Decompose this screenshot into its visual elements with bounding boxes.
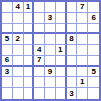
cell-r1c8[interactable]: 7	[77, 2, 88, 13]
given-digit: 5	[91, 68, 95, 76]
cell-r6c7[interactable]	[67, 56, 78, 67]
cell-r5c3[interactable]	[24, 45, 35, 56]
sudoku-board: 41736528416739513	[0, 0, 101, 101]
cell-r5c1[interactable]	[2, 45, 13, 56]
cell-r4c5[interactable]	[45, 34, 56, 45]
cell-r9c7[interactable]: 3	[67, 88, 78, 99]
given-digit: 3	[5, 68, 9, 76]
cell-r4c4[interactable]	[34, 34, 45, 45]
cell-r6c6[interactable]	[56, 56, 67, 67]
cell-r5c6[interactable]: 1	[56, 45, 67, 56]
given-digit: 1	[58, 46, 62, 54]
cell-r3c5[interactable]	[45, 24, 56, 35]
cell-r6c5[interactable]	[45, 56, 56, 67]
cell-r5c4[interactable]: 4	[34, 45, 45, 56]
cell-r1c3[interactable]: 1	[24, 2, 35, 13]
cell-r7c5[interactable]: 9	[45, 67, 56, 78]
cell-r8c1[interactable]	[2, 77, 13, 88]
cell-r4c8[interactable]	[77, 34, 88, 45]
cell-r7c2[interactable]	[13, 67, 24, 78]
cell-r1c5[interactable]	[45, 2, 56, 13]
cell-r7c8[interactable]	[77, 67, 88, 78]
cell-r1c4[interactable]	[34, 2, 45, 13]
given-digit: 7	[80, 3, 84, 11]
cell-r2c1[interactable]	[2, 13, 13, 24]
cell-r8c7[interactable]	[67, 77, 78, 88]
cell-r5c5[interactable]	[45, 45, 56, 56]
cell-r7c1[interactable]: 3	[2, 67, 13, 78]
cell-r5c2[interactable]	[13, 45, 24, 56]
cell-r6c9[interactable]	[88, 56, 99, 67]
cell-r3c6[interactable]	[56, 24, 67, 35]
given-digit: 1	[80, 78, 84, 86]
cell-r9c2[interactable]	[13, 88, 24, 99]
cell-r7c7[interactable]	[67, 67, 78, 78]
cell-r4c2[interactable]: 2	[13, 34, 24, 45]
cell-r2c7[interactable]	[67, 13, 78, 24]
cell-r2c8[interactable]	[77, 13, 88, 24]
cell-r8c2[interactable]	[13, 77, 24, 88]
given-digit: 2	[15, 35, 19, 43]
given-digit: 3	[48, 14, 52, 22]
cell-r8c5[interactable]	[45, 77, 56, 88]
cell-r2c5[interactable]: 3	[45, 13, 56, 24]
cell-r9c5[interactable]	[45, 88, 56, 99]
cell-r4c9[interactable]	[88, 34, 99, 45]
cell-r1c1[interactable]	[2, 2, 13, 13]
given-digit: 3	[69, 90, 73, 98]
cell-r8c9[interactable]	[88, 77, 99, 88]
cell-r6c2[interactable]	[13, 56, 24, 67]
cell-r9c4[interactable]	[34, 88, 45, 99]
cell-r4c6[interactable]	[56, 34, 67, 45]
cell-r6c1[interactable]: 6	[2, 56, 13, 67]
cell-r7c9[interactable]: 5	[88, 67, 99, 78]
given-digit: 6	[5, 56, 9, 64]
cell-r2c6[interactable]	[56, 13, 67, 24]
cell-r7c6[interactable]	[56, 67, 67, 78]
cell-r3c7[interactable]	[67, 24, 78, 35]
cell-r2c9[interactable]: 6	[88, 13, 99, 24]
cell-r1c7[interactable]	[67, 2, 78, 13]
cell-r2c2[interactable]	[13, 13, 24, 24]
cell-r5c8[interactable]	[77, 45, 88, 56]
cell-r9c3[interactable]	[24, 88, 35, 99]
given-digit: 4	[15, 3, 19, 11]
given-digit: 1	[26, 3, 30, 11]
cell-r8c8[interactable]: 1	[77, 77, 88, 88]
cell-r4c3[interactable]	[24, 34, 35, 45]
cell-r8c3[interactable]	[24, 77, 35, 88]
cell-r3c9[interactable]	[88, 24, 99, 35]
cell-r3c4[interactable]	[34, 24, 45, 35]
given-digit: 4	[37, 46, 41, 54]
cell-r8c6[interactable]	[56, 77, 67, 88]
cell-r2c3[interactable]	[24, 13, 35, 24]
cell-r6c4[interactable]: 7	[34, 56, 45, 67]
given-digit: 9	[48, 68, 52, 76]
cell-r2c4[interactable]	[34, 13, 45, 24]
given-digit: 8	[69, 35, 73, 43]
cell-r9c6[interactable]	[56, 88, 67, 99]
cell-r1c9[interactable]	[88, 2, 99, 13]
given-digit: 6	[91, 14, 95, 22]
cell-r6c8[interactable]	[77, 56, 88, 67]
cell-r9c8[interactable]	[77, 88, 88, 99]
cell-r4c1[interactable]: 5	[2, 34, 13, 45]
cell-r7c3[interactable]	[24, 67, 35, 78]
cell-r3c2[interactable]	[13, 24, 24, 35]
cell-r6c3[interactable]	[24, 56, 35, 67]
sudoku-grid: 41736528416739513	[2, 2, 99, 99]
cell-r5c9[interactable]	[88, 45, 99, 56]
cell-r1c6[interactable]	[56, 2, 67, 13]
cell-r9c1[interactable]	[2, 88, 13, 99]
given-digit: 7	[37, 56, 41, 64]
cell-r3c8[interactable]	[77, 24, 88, 35]
cell-r9c9[interactable]	[88, 88, 99, 99]
cell-r4c7[interactable]: 8	[67, 34, 78, 45]
cell-r3c1[interactable]	[2, 24, 13, 35]
cell-r1c2[interactable]: 4	[13, 2, 24, 13]
given-digit: 5	[5, 35, 9, 43]
cell-r3c3[interactable]	[24, 24, 35, 35]
cell-r5c7[interactable]	[67, 45, 78, 56]
cell-r8c4[interactable]	[34, 77, 45, 88]
cell-r7c4[interactable]	[34, 67, 45, 78]
